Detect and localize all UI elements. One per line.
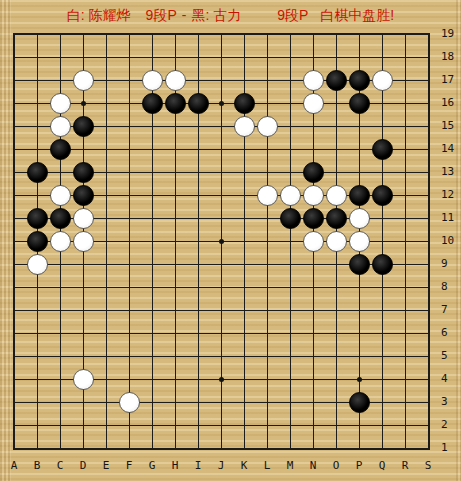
stone-white	[326, 185, 347, 206]
stone-white	[50, 185, 71, 206]
column-label: F	[122, 459, 136, 473]
stone-black	[303, 162, 324, 183]
column-label: L	[260, 459, 274, 473]
stone-white	[326, 231, 347, 252]
star-point	[357, 377, 362, 382]
stone-black	[27, 208, 48, 229]
stone-black	[50, 208, 71, 229]
stone-white	[372, 70, 393, 91]
row-label: 17	[441, 73, 461, 87]
stone-white	[27, 254, 48, 275]
black-player-rank: 9段P	[277, 6, 308, 24]
column-label: A	[7, 459, 21, 473]
row-label: 13	[441, 165, 461, 179]
stone-white	[73, 231, 94, 252]
column-label: H	[168, 459, 182, 473]
stone-white	[303, 70, 324, 91]
players-separator: -	[182, 6, 187, 24]
column-label: P	[352, 459, 366, 473]
column-label: B	[30, 459, 44, 473]
board-left-edge-texture	[0, 0, 11, 481]
stone-black	[234, 93, 255, 114]
stone-white	[50, 116, 71, 137]
game-info-header: 白: 陈耀烨 9段P - 黑: 古力 9段P 白棋中盘胜!	[0, 6, 461, 26]
column-label: M	[283, 459, 297, 473]
stone-black	[280, 208, 301, 229]
star-point	[81, 101, 86, 106]
stone-black	[27, 231, 48, 252]
stone-black	[372, 185, 393, 206]
stone-white	[303, 231, 324, 252]
row-label: 15	[441, 119, 461, 133]
row-label: 4	[441, 372, 461, 386]
stone-black	[73, 116, 94, 137]
stone-black	[349, 392, 370, 413]
row-label: 6	[441, 326, 461, 340]
stone-black	[326, 208, 347, 229]
row-label: 19	[441, 27, 461, 41]
stone-white	[50, 231, 71, 252]
stone-black	[50, 139, 71, 160]
row-label: 18	[441, 50, 461, 64]
black-player-label: 黑: 古力	[191, 6, 241, 24]
stone-black	[165, 93, 186, 114]
row-label: 16	[441, 96, 461, 110]
game-result: 白棋中盘胜!	[320, 6, 394, 24]
column-label: I	[191, 459, 205, 473]
row-label: 14	[441, 142, 461, 156]
stone-white	[280, 185, 301, 206]
column-label: S	[421, 459, 435, 473]
row-label: 10	[441, 234, 461, 248]
stone-black	[349, 93, 370, 114]
column-label: O	[329, 459, 343, 473]
stone-white	[73, 70, 94, 91]
stone-black	[349, 70, 370, 91]
stone-white	[349, 208, 370, 229]
stone-white	[142, 70, 163, 91]
stone-black	[303, 208, 324, 229]
column-label: R	[398, 459, 412, 473]
stone-white	[165, 70, 186, 91]
row-label: 11	[441, 211, 461, 225]
stone-black	[73, 185, 94, 206]
stone-white	[349, 231, 370, 252]
stone-white	[257, 185, 278, 206]
row-label: 1	[441, 441, 461, 455]
column-label: E	[99, 459, 113, 473]
stone-white	[234, 116, 255, 137]
column-label: C	[53, 459, 67, 473]
stone-white	[73, 208, 94, 229]
stone-white	[303, 185, 324, 206]
row-label: 7	[441, 303, 461, 317]
row-label: 8	[441, 280, 461, 294]
stone-black	[372, 139, 393, 160]
column-label: N	[306, 459, 320, 473]
column-label: K	[237, 459, 251, 473]
stone-white	[50, 93, 71, 114]
stone-black	[349, 185, 370, 206]
stone-black	[27, 162, 48, 183]
row-label: 2	[441, 418, 461, 432]
column-label: Q	[375, 459, 389, 473]
stone-black	[372, 254, 393, 275]
stone-black	[349, 254, 370, 275]
star-point	[219, 101, 224, 106]
row-label: 12	[441, 188, 461, 202]
white-player-label: 白: 陈耀烨	[67, 6, 131, 24]
row-label: 9	[441, 257, 461, 271]
stone-black	[142, 93, 163, 114]
stone-white	[73, 369, 94, 390]
star-point	[219, 239, 224, 244]
stone-white	[257, 116, 278, 137]
row-label: 5	[441, 349, 461, 363]
stone-black	[326, 70, 347, 91]
column-label: J	[214, 459, 228, 473]
go-kifu-viewer: 白: 陈耀烨 9段P - 黑: 古力 9段P 白棋中盘胜! 1918171615…	[0, 0, 461, 481]
column-label: G	[145, 459, 159, 473]
star-point	[219, 377, 224, 382]
white-player-rank: 9段P	[146, 6, 177, 24]
row-label: 3	[441, 395, 461, 409]
stone-black	[188, 93, 209, 114]
stone-white	[303, 93, 324, 114]
stone-white	[119, 392, 140, 413]
column-label: D	[76, 459, 90, 473]
stone-black	[73, 162, 94, 183]
